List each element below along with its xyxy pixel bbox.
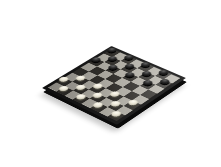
checker-piece-white xyxy=(91,83,104,90)
checker-piece-black xyxy=(106,55,118,62)
checker-piece-black xyxy=(158,78,171,85)
photo-background xyxy=(0,0,221,167)
checker-piece-black xyxy=(123,63,136,70)
checker-piece-black xyxy=(141,79,154,86)
checker-piece-white xyxy=(108,91,121,98)
checker-piece-white xyxy=(57,85,70,92)
pieces-layer xyxy=(48,49,181,121)
checker-piece-white xyxy=(74,93,87,100)
checker-piece-black xyxy=(157,69,170,76)
checker-piece-white xyxy=(58,76,71,83)
checker-piece-white xyxy=(74,84,87,91)
checker-piece-white xyxy=(74,75,87,82)
checker-piece-white xyxy=(109,100,122,107)
checker-piece-black xyxy=(122,54,134,61)
checker-piece-white xyxy=(91,92,104,99)
checker-piece-black xyxy=(139,62,152,69)
checker-piece-black xyxy=(140,70,153,77)
checkers-board xyxy=(42,46,186,125)
checker-piece-black xyxy=(106,47,118,53)
checker-piece-black xyxy=(124,71,137,78)
checker-piece-white xyxy=(92,101,105,109)
checker-piece-white xyxy=(126,99,139,106)
checker-piece-black xyxy=(90,57,102,64)
checker-piece-white xyxy=(109,110,123,118)
checker-piece-black xyxy=(107,64,120,71)
